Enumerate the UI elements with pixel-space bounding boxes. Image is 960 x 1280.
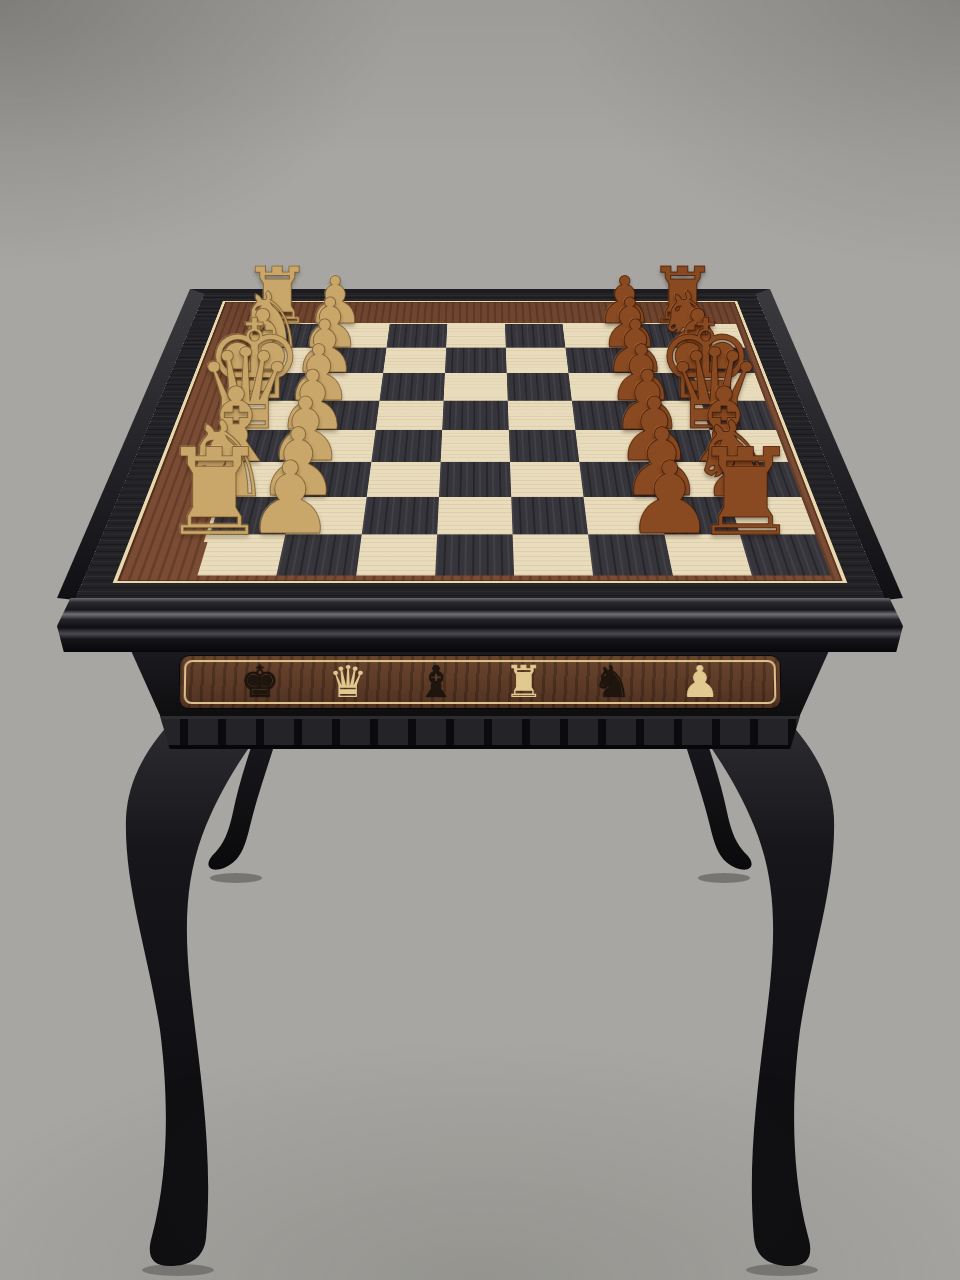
square-d3[interactable] [576,430,649,462]
square-g7[interactable] [321,348,386,373]
square-g8[interactable] [259,348,327,373]
square-d1[interactable] [709,430,788,462]
squares-frame [204,323,756,542]
square-a7[interactable] [277,534,362,575]
board-border [113,301,848,583]
front-right-foot-shadow [746,1264,818,1276]
apron-inlay-row: ♚♛♝♜♞♟ [180,656,781,708]
square-c3[interactable] [579,462,656,497]
square-d8[interactable] [232,430,308,462]
square-g1[interactable] [685,348,754,373]
square-c8[interactable] [221,462,301,497]
square-c6[interactable] [366,462,440,497]
square-h1[interactable] [678,324,745,348]
apron-inlay-king-icon: ♚ [240,660,280,704]
apron-inlay-pawn-icon: ♟ [680,660,720,704]
square-h3[interactable] [563,324,626,348]
square-a5[interactable] [435,534,514,575]
square-h8[interactable] [266,324,331,348]
square-e8[interactable] [242,401,315,431]
square-f5[interactable] [443,373,507,400]
square-b5[interactable] [437,497,513,535]
square-a2[interactable] [664,534,752,575]
square-b6[interactable] [361,497,438,535]
apron-inlay-panel: ♚♛♝♜♞♟ [180,656,781,708]
square-b2[interactable] [656,497,739,535]
square-b8[interactable] [210,497,294,535]
back-left-foot-shadow [210,873,262,883]
square-a1[interactable] [740,534,831,575]
square-c4[interactable] [510,462,584,497]
square-h7[interactable] [326,324,389,348]
square-a4[interactable] [513,534,594,575]
front-left-foot-shadow [142,1264,214,1276]
square-f7[interactable] [315,373,383,400]
apron-inlay-rook-icon: ♜ [504,660,544,704]
square-c2[interactable] [649,462,729,497]
square-f6[interactable] [379,373,445,400]
square-a8[interactable] [197,534,285,575]
dentil-molding [150,716,810,749]
tabletop [75,0,885,600]
back-right-foot-shadow [698,873,750,883]
square-e7[interactable] [308,401,379,431]
square-h5[interactable] [446,324,506,348]
square-g3[interactable] [566,348,631,373]
square-e6[interactable] [375,401,443,431]
square-e2[interactable] [636,401,709,431]
square-h4[interactable] [505,324,566,348]
square-a3[interactable] [588,534,672,575]
square-d2[interactable] [642,430,718,462]
square-e1[interactable] [701,401,776,431]
chess-board [75,293,885,600]
square-g2[interactable] [625,348,692,373]
square-f2[interactable] [631,373,701,400]
square-e4[interactable] [508,401,576,431]
square-f3[interactable] [569,373,637,400]
square-f1[interactable] [693,373,765,400]
tabletop-molding [57,598,903,652]
square-d5[interactable] [440,430,510,462]
square-g5[interactable] [445,348,507,373]
square-b1[interactable] [729,497,816,535]
square-c5[interactable] [439,462,511,497]
square-b7[interactable] [286,497,367,535]
square-d6[interactable] [371,430,442,462]
square-b3[interactable] [584,497,664,535]
square-c7[interactable] [294,462,371,497]
square-c1[interactable] [719,462,802,497]
square-f8[interactable] [250,373,320,400]
square-d7[interactable] [301,430,375,462]
square-e5[interactable] [442,401,509,431]
square-h2[interactable] [620,324,685,348]
square-h6[interactable] [386,324,447,348]
apron-inlay-knight-icon: ♞ [592,660,632,704]
apron-inlay-queen-icon: ♛ [328,660,368,704]
apron-inlay-bishop-icon: ♝ [416,660,456,704]
square-g4[interactable] [506,348,569,373]
square-d4[interactable] [509,430,580,462]
square-e3[interactable] [572,401,642,431]
square-a6[interactable] [356,534,437,575]
square-b4[interactable] [511,497,588,535]
square-g6[interactable] [383,348,446,373]
square-f4[interactable] [507,373,572,400]
squares-grid [197,324,830,576]
